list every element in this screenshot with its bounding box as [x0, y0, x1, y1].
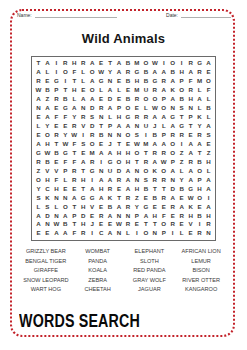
- grid-cell-r5c1[interactable]: A: [34, 95, 43, 104]
- grid-cell-r20c18[interactable]: E: [186, 229, 195, 238]
- grid-cell-r2c8[interactable]: W: [97, 68, 106, 77]
- grid-cell-r18c12[interactable]: P: [132, 211, 141, 220]
- grid-cell-r15c9[interactable]: R: [106, 184, 115, 193]
- grid-cell-r14c18[interactable]: A: [186, 175, 195, 184]
- grid-cell-r8c11[interactable]: A: [123, 122, 132, 131]
- grid-cell-r11c12[interactable]: O: [132, 148, 141, 157]
- grid-cell-r12c4[interactable]: F: [61, 157, 70, 166]
- grid-cell-r10c14[interactable]: A: [150, 140, 159, 149]
- grid-cell-r13c6[interactable]: T: [79, 166, 88, 175]
- grid-cell-r15c15[interactable]: T: [159, 184, 168, 193]
- grid-cell-r8c19[interactable]: Y: [195, 122, 204, 131]
- grid-cell-r5c15[interactable]: P: [159, 95, 168, 104]
- grid-cell-r10c13[interactable]: M: [141, 140, 150, 149]
- grid-cell-r4c19[interactable]: L: [195, 86, 204, 95]
- grid-cell-r9c19[interactable]: R: [195, 131, 204, 140]
- grid-cell-r16c12[interactable]: Z: [132, 193, 141, 202]
- grid-cell-r19c2[interactable]: N: [43, 220, 52, 229]
- grid-cell-r1c16[interactable]: O: [168, 59, 177, 68]
- grid-cell-r20c4[interactable]: A: [61, 229, 70, 238]
- grid-cell-r20c12[interactable]: I: [132, 229, 141, 238]
- grid-cell-r14c13[interactable]: S: [141, 175, 150, 184]
- grid-cell-r4c11[interactable]: E: [123, 86, 132, 95]
- grid-cell-r1c5[interactable]: H: [70, 59, 79, 68]
- grid-cell-r7c20[interactable]: L: [204, 113, 213, 122]
- grid-cell-r1c9[interactable]: T: [106, 59, 115, 68]
- grid-cell-r7c7[interactable]: S: [88, 113, 97, 122]
- grid-cell-r20c17[interactable]: L: [177, 229, 186, 238]
- grid-cell-r15c1[interactable]: Y: [34, 184, 43, 193]
- grid-cell-r18c3[interactable]: N: [52, 211, 61, 220]
- letter-grid[interactable]: TAIRHRAETABMOWIOIRGAALIOFLOWYARGBAABHARE…: [31, 56, 216, 241]
- grid-cell-r13c4[interactable]: P: [61, 166, 70, 175]
- grid-cell-r6c18[interactable]: N: [186, 104, 195, 113]
- grid-cell-r11c1[interactable]: G: [34, 148, 43, 157]
- grid-cell-r9c14[interactable]: B: [150, 131, 159, 140]
- grid-cell-r17c9[interactable]: B: [106, 202, 115, 211]
- grid-cell-r6c17[interactable]: S: [177, 104, 186, 113]
- grid-cell-r2c2[interactable]: L: [43, 68, 52, 77]
- grid-cell-r2c19[interactable]: R: [195, 68, 204, 77]
- grid-cell-r19c3[interactable]: W: [52, 220, 61, 229]
- grid-cell-r18c1[interactable]: A: [34, 211, 43, 220]
- grid-cell-r9c4[interactable]: Y: [61, 131, 70, 140]
- grid-cell-r18c14[interactable]: H: [150, 211, 159, 220]
- grid-cell-r18c9[interactable]: A: [106, 211, 115, 220]
- grid-cell-r7c16[interactable]: G: [168, 113, 177, 122]
- grid-cell-r1c13[interactable]: O: [141, 59, 150, 68]
- grid-cell-r20c8[interactable]: C: [97, 229, 106, 238]
- grid-cell-r15c6[interactable]: T: [79, 184, 88, 193]
- grid-cell-r12c20[interactable]: H: [204, 157, 213, 166]
- grid-cell-r5c6[interactable]: A: [79, 95, 88, 104]
- grid-cell-r7c1[interactable]: E: [34, 113, 43, 122]
- grid-cell-r6c10[interactable]: P: [115, 104, 124, 113]
- grid-cell-r8c18[interactable]: T: [186, 122, 195, 131]
- grid-cell-r12c5[interactable]: F: [70, 157, 79, 166]
- grid-cell-r7c12[interactable]: R: [132, 113, 141, 122]
- grid-cell-r6c5[interactable]: A: [70, 104, 79, 113]
- grid-cell-r14c15[interactable]: R: [159, 175, 168, 184]
- grid-cell-r3c13[interactable]: B: [141, 77, 150, 86]
- grid-cell-r16c17[interactable]: E: [177, 193, 186, 202]
- grid-cell-r9c6[interactable]: I: [79, 131, 88, 140]
- grid-cell-r13c7[interactable]: G: [88, 166, 97, 175]
- grid-cell-r8c6[interactable]: V: [79, 122, 88, 131]
- grid-cell-r2c9[interactable]: Y: [106, 68, 115, 77]
- grid-cell-r12c19[interactable]: B: [195, 157, 204, 166]
- grid-cell-r17c11[interactable]: R: [123, 202, 132, 211]
- grid-cell-r20c10[interactable]: N: [115, 229, 124, 238]
- grid-cell-r11c8[interactable]: A: [97, 148, 106, 157]
- grid-cell-r9c5[interactable]: W: [70, 131, 79, 140]
- grid-cell-r2c4[interactable]: O: [61, 68, 70, 77]
- grid-cell-r7c18[interactable]: P: [186, 113, 195, 122]
- grid-cell-r4c12[interactable]: M: [132, 86, 141, 95]
- grid-cell-r9c1[interactable]: E: [34, 131, 43, 140]
- grid-cell-r5c4[interactable]: B: [61, 95, 70, 104]
- grid-cell-r14c14[interactable]: R: [150, 175, 159, 184]
- grid-cell-r3c19[interactable]: M: [195, 77, 204, 86]
- grid-cell-r1c1[interactable]: T: [34, 59, 43, 68]
- grid-cell-r18c17[interactable]: R: [177, 211, 186, 220]
- grid-cell-r19c15[interactable]: O: [159, 220, 168, 229]
- grid-cell-r19c5[interactable]: T: [70, 220, 79, 229]
- grid-cell-r13c20[interactable]: L: [204, 166, 213, 175]
- grid-cell-r1c2[interactable]: A: [43, 59, 52, 68]
- grid-cell-r19c19[interactable]: I: [195, 220, 204, 229]
- grid-cell-r5c12[interactable]: R: [132, 95, 141, 104]
- grid-cell-r2c1[interactable]: A: [34, 68, 43, 77]
- grid-cell-r6c6[interactable]: N: [79, 104, 88, 113]
- grid-cell-r14c5[interactable]: R: [70, 175, 79, 184]
- grid-cell-r8c2[interactable]: Y: [43, 122, 52, 131]
- grid-cell-r4c1[interactable]: W: [34, 86, 43, 95]
- grid-cell-r10c9[interactable]: J: [106, 140, 115, 149]
- grid-cell-r14c1[interactable]: O: [34, 175, 43, 184]
- grid-cell-r20c14[interactable]: N: [150, 229, 159, 238]
- grid-cell-r12c9[interactable]: G: [106, 157, 115, 166]
- grid-cell-r9c7[interactable]: R: [88, 131, 97, 140]
- grid-cell-r17c19[interactable]: E: [195, 202, 204, 211]
- grid-cell-r7c10[interactable]: H: [115, 113, 124, 122]
- grid-cell-r13c11[interactable]: A: [123, 166, 132, 175]
- grid-cell-r3c3[interactable]: G: [52, 77, 61, 86]
- grid-cell-r19c4[interactable]: B: [61, 220, 70, 229]
- grid-cell-r3c5[interactable]: T: [70, 77, 79, 86]
- grid-cell-r3c14[interactable]: G: [150, 77, 159, 86]
- grid-cell-r5c13[interactable]: O: [141, 95, 150, 104]
- grid-cell-r12c3[interactable]: E: [52, 157, 61, 166]
- grid-cell-r10c10[interactable]: T: [115, 140, 124, 149]
- grid-cell-r1c14[interactable]: W: [150, 59, 159, 68]
- grid-cell-r3c11[interactable]: B: [123, 77, 132, 86]
- name-blank-line[interactable]: [35, 12, 117, 18]
- grid-cell-r5c5[interactable]: L: [70, 95, 79, 104]
- grid-cell-r13c19[interactable]: O: [195, 166, 204, 175]
- grid-cell-r10c20[interactable]: E: [204, 140, 213, 149]
- grid-cell-r20c9[interactable]: A: [106, 229, 115, 238]
- grid-cell-r5c11[interactable]: B: [123, 95, 132, 104]
- grid-cell-r20c6[interactable]: R: [79, 229, 88, 238]
- grid-cell-r12c6[interactable]: A: [79, 157, 88, 166]
- grid-cell-r11c11[interactable]: H: [123, 148, 132, 157]
- grid-cell-r12c2[interactable]: B: [43, 157, 52, 166]
- grid-cell-r12c7[interactable]: R: [88, 157, 97, 166]
- grid-cell-r11c10[interactable]: H: [115, 148, 124, 157]
- grid-cell-r6c11[interactable]: O: [123, 104, 132, 113]
- grid-cell-r15c8[interactable]: H: [97, 184, 106, 193]
- grid-cell-r16c3[interactable]: N: [52, 193, 61, 202]
- grid-cell-r2c11[interactable]: R: [123, 68, 132, 77]
- grid-cell-r13c13[interactable]: O: [141, 166, 150, 175]
- grid-cell-r1c10[interactable]: A: [115, 59, 124, 68]
- grid-cell-r6c8[interactable]: R: [97, 104, 106, 113]
- grid-cell-r15c12[interactable]: H: [132, 184, 141, 193]
- grid-cell-r13c3[interactable]: V: [52, 166, 61, 175]
- grid-cell-r16c9[interactable]: K: [106, 193, 115, 202]
- grid-cell-r7c15[interactable]: A: [159, 113, 168, 122]
- grid-cell-r16c18[interactable]: W: [186, 193, 195, 202]
- grid-cell-r16c20[interactable]: I: [204, 193, 213, 202]
- grid-cell-r1c19[interactable]: G: [195, 59, 204, 68]
- grid-cell-r5c18[interactable]: H: [186, 95, 195, 104]
- grid-cell-r9c12[interactable]: S: [132, 131, 141, 140]
- grid-cell-r11c20[interactable]: Z: [204, 148, 213, 157]
- grid-cell-r5c16[interactable]: A: [168, 95, 177, 104]
- grid-cell-r15c7[interactable]: A: [88, 184, 97, 193]
- grid-cell-r14c8[interactable]: A: [97, 175, 106, 184]
- grid-cell-r11c5[interactable]: T: [70, 148, 79, 157]
- grid-cell-r12c14[interactable]: A: [150, 157, 159, 166]
- grid-cell-r3c18[interactable]: F: [186, 77, 195, 86]
- grid-cell-r20c5[interactable]: F: [70, 229, 79, 238]
- grid-cell-r14c11[interactable]: A: [123, 175, 132, 184]
- grid-cell-r8c1[interactable]: L: [34, 122, 43, 131]
- grid-cell-r6c19[interactable]: L: [195, 104, 204, 113]
- grid-cell-r1c18[interactable]: R: [186, 59, 195, 68]
- grid-cell-r13c12[interactable]: N: [132, 166, 141, 175]
- grid-cell-r2c5[interactable]: F: [70, 68, 79, 77]
- grid-cell-r15c3[interactable]: H: [52, 184, 61, 193]
- grid-cell-r10c3[interactable]: T: [52, 140, 61, 149]
- grid-cell-r8c13[interactable]: U: [141, 122, 150, 131]
- grid-cell-r3c17[interactable]: P: [177, 77, 186, 86]
- grid-cell-r17c20[interactable]: A: [204, 202, 213, 211]
- grid-cell-r11c6[interactable]: E: [79, 148, 88, 157]
- grid-cell-r14c7[interactable]: I: [88, 175, 97, 184]
- grid-cell-r14c9[interactable]: A: [106, 175, 115, 184]
- grid-cell-r1c3[interactable]: I: [52, 59, 61, 68]
- grid-cell-r15c17[interactable]: B: [177, 184, 186, 193]
- grid-cell-r10c18[interactable]: A: [186, 140, 195, 149]
- grid-cell-r2c13[interactable]: B: [141, 68, 150, 77]
- grid-cell-r19c9[interactable]: E: [106, 220, 115, 229]
- grid-cell-r2c12[interactable]: G: [132, 68, 141, 77]
- grid-cell-r16c5[interactable]: A: [70, 193, 79, 202]
- grid-cell-r17c13[interactable]: G: [141, 202, 150, 211]
- grid-cell-r4c15[interactable]: A: [159, 86, 168, 95]
- grid-cell-r9c2[interactable]: O: [43, 131, 52, 140]
- grid-cell-r8c5[interactable]: R: [70, 122, 79, 131]
- grid-cell-r20c15[interactable]: P: [159, 229, 168, 238]
- grid-cell-r6c3[interactable]: E: [52, 104, 61, 113]
- grid-cell-r6c7[interactable]: D: [88, 104, 97, 113]
- grid-cell-r20c1[interactable]: E: [34, 229, 43, 238]
- grid-cell-r14c6[interactable]: H: [79, 175, 88, 184]
- grid-cell-r7c19[interactable]: K: [195, 113, 204, 122]
- grid-cell-r9c3[interactable]: R: [52, 131, 61, 140]
- grid-cell-r9c17[interactable]: R: [177, 131, 186, 140]
- grid-cell-r16c2[interactable]: K: [43, 193, 52, 202]
- grid-cell-r8c10[interactable]: A: [115, 122, 124, 131]
- grid-cell-r8c8[interactable]: T: [97, 122, 106, 131]
- grid-cell-r17c10[interactable]: A: [115, 202, 124, 211]
- grid-cell-r3c9[interactable]: N: [106, 77, 115, 86]
- grid-cell-r12c11[interactable]: H: [123, 157, 132, 166]
- grid-cell-r10c16[interactable]: O: [168, 140, 177, 149]
- grid-cell-r3c4[interactable]: I: [61, 77, 70, 86]
- grid-cell-r10c5[interactable]: F: [70, 140, 79, 149]
- grid-cell-r1c11[interactable]: B: [123, 59, 132, 68]
- grid-cell-r18c7[interactable]: E: [88, 211, 97, 220]
- grid-cell-r5c2[interactable]: Z: [43, 95, 52, 104]
- grid-cell-r1c4[interactable]: R: [61, 59, 70, 68]
- date-blank-line[interactable]: [181, 12, 231, 18]
- grid-cell-r16c1[interactable]: S: [34, 193, 43, 202]
- grid-cell-r1c12[interactable]: M: [132, 59, 141, 68]
- grid-cell-r8c20[interactable]: A: [204, 122, 213, 131]
- grid-cell-r4c5[interactable]: H: [70, 86, 79, 95]
- grid-cell-r4c2[interactable]: B: [43, 86, 52, 95]
- grid-cell-r6c16[interactable]: N: [168, 104, 177, 113]
- grid-cell-r13c15[interactable]: O: [159, 166, 168, 175]
- grid-cell-r9c15[interactable]: P: [159, 131, 168, 140]
- grid-cell-r6c13[interactable]: L: [141, 104, 150, 113]
- grid-cell-r15c19[interactable]: H: [195, 184, 204, 193]
- grid-cell-r11c15[interactable]: R: [159, 148, 168, 157]
- grid-cell-r15c4[interactable]: E: [61, 184, 70, 193]
- grid-cell-r5c3[interactable]: R: [52, 95, 61, 104]
- grid-cell-r7c3[interactable]: F: [52, 113, 61, 122]
- grid-cell-r6c1[interactable]: N: [34, 104, 43, 113]
- grid-cell-r4c8[interactable]: L: [97, 86, 106, 95]
- grid-cell-r17c8[interactable]: E: [97, 202, 106, 211]
- grid-cell-r20c19[interactable]: R: [195, 229, 204, 238]
- grid-cell-r19c7[interactable]: J: [88, 220, 97, 229]
- grid-cell-r2c10[interactable]: A: [115, 68, 124, 77]
- grid-cell-r18c5[interactable]: P: [70, 211, 79, 220]
- grid-cell-r18c20[interactable]: H: [204, 211, 213, 220]
- grid-cell-r16c13[interactable]: E: [141, 193, 150, 202]
- grid-cell-r14c17[interactable]: Y: [177, 175, 186, 184]
- grid-cell-r3c16[interactable]: A: [168, 77, 177, 86]
- grid-cell-r13c16[interactable]: A: [168, 166, 177, 175]
- grid-cell-r13c9[interactable]: U: [106, 166, 115, 175]
- grid-cell-r18c4[interactable]: A: [61, 211, 70, 220]
- grid-cell-r16c10[interactable]: T: [115, 193, 124, 202]
- grid-cell-r11c3[interactable]: B: [52, 148, 61, 157]
- grid-cell-r17c12[interactable]: Y: [132, 202, 141, 211]
- grid-cell-r10c6[interactable]: S: [79, 140, 88, 149]
- grid-cell-r19c16[interactable]: R: [168, 220, 177, 229]
- grid-cell-r20c13[interactable]: O: [141, 229, 150, 238]
- grid-cell-r11c7[interactable]: M: [88, 148, 97, 157]
- grid-cell-r18c2[interactable]: D: [43, 211, 52, 220]
- grid-cell-r7c17[interactable]: T: [177, 113, 186, 122]
- grid-cell-r13c5[interactable]: R: [70, 166, 79, 175]
- grid-cell-r4c6[interactable]: E: [79, 86, 88, 95]
- grid-cell-r17c17[interactable]: A: [177, 202, 186, 211]
- grid-cell-r15c10[interactable]: E: [115, 184, 124, 193]
- grid-cell-r2c3[interactable]: I: [52, 68, 61, 77]
- grid-cell-r10c4[interactable]: W: [61, 140, 70, 149]
- grid-cell-r12c17[interactable]: Z: [177, 157, 186, 166]
- grid-cell-r6c15[interactable]: O: [159, 104, 168, 113]
- grid-cell-r4c10[interactable]: L: [115, 86, 124, 95]
- grid-cell-r16c6[interactable]: G: [79, 193, 88, 202]
- grid-cell-r20c7[interactable]: I: [88, 229, 97, 238]
- grid-cell-r17c5[interactable]: T: [70, 202, 79, 211]
- grid-cell-r19c10[interactable]: W: [115, 220, 124, 229]
- grid-cell-r14c19[interactable]: P: [195, 175, 204, 184]
- grid-cell-r12c16[interactable]: P: [168, 157, 177, 166]
- grid-cell-r18c6[interactable]: D: [79, 211, 88, 220]
- grid-cell-r17c4[interactable]: O: [61, 202, 70, 211]
- grid-cell-r9c16[interactable]: R: [168, 131, 177, 140]
- grid-cell-r18c16[interactable]: E: [168, 211, 177, 220]
- grid-cell-r15c13[interactable]: B: [141, 184, 150, 193]
- grid-cell-r1c15[interactable]: I: [159, 59, 168, 68]
- grid-cell-r15c11[interactable]: A: [123, 184, 132, 193]
- grid-cell-r19c13[interactable]: T: [141, 220, 150, 229]
- grid-cell-r8c9[interactable]: P: [106, 122, 115, 131]
- grid-cell-r15c2[interactable]: C: [43, 184, 52, 193]
- grid-cell-r4c18[interactable]: R: [186, 86, 195, 95]
- grid-cell-r20c20[interactable]: N: [204, 229, 213, 238]
- grid-cell-r10c15[interactable]: A: [159, 140, 168, 149]
- grid-cell-r2c18[interactable]: A: [186, 68, 195, 77]
- grid-cell-r4c9[interactable]: A: [106, 86, 115, 95]
- grid-cell-r17c7[interactable]: V: [88, 202, 97, 211]
- grid-cell-r16c16[interactable]: A: [168, 193, 177, 202]
- grid-cell-r3c6[interactable]: L: [79, 77, 88, 86]
- grid-cell-r16c8[interactable]: A: [97, 193, 106, 202]
- grid-cell-r3c12[interactable]: H: [132, 77, 141, 86]
- grid-cell-r17c2[interactable]: S: [43, 202, 52, 211]
- grid-cell-r19c1[interactable]: A: [34, 220, 43, 229]
- grid-cell-r14c12[interactable]: N: [132, 175, 141, 184]
- grid-cell-r15c20[interactable]: A: [204, 184, 213, 193]
- grid-cell-r19c11[interactable]: R: [123, 220, 132, 229]
- grid-cell-r11c14[interactable]: R: [150, 148, 159, 157]
- grid-cell-r4c7[interactable]: O: [88, 86, 97, 95]
- grid-cell-r9c20[interactable]: S: [204, 131, 213, 140]
- grid-cell-r14c16[interactable]: N: [168, 175, 177, 184]
- grid-cell-r3c7[interactable]: A: [88, 77, 97, 86]
- grid-cell-r18c18[interactable]: H: [186, 211, 195, 220]
- grid-cell-r18c19[interactable]: B: [195, 211, 204, 220]
- grid-cell-r5c10[interactable]: E: [115, 95, 124, 104]
- grid-cell-r1c7[interactable]: A: [88, 59, 97, 68]
- grid-cell-r19c8[interactable]: E: [97, 220, 106, 229]
- grid-cell-r18c13[interactable]: A: [141, 211, 150, 220]
- grid-cell-r19c17[interactable]: E: [177, 220, 186, 229]
- grid-cell-r2c6[interactable]: L: [79, 68, 88, 77]
- grid-cell-r16c19[interactable]: O: [195, 193, 204, 202]
- grid-cell-r10c8[interactable]: E: [97, 140, 106, 149]
- grid-cell-r15c18[interactable]: G: [186, 184, 195, 193]
- grid-cell-r20c11[interactable]: L: [123, 229, 132, 238]
- grid-cell-r12c13[interactable]: R: [141, 157, 150, 166]
- grid-cell-r3c15[interactable]: R: [159, 77, 168, 86]
- grid-cell-r18c11[interactable]: N: [123, 211, 132, 220]
- grid-cell-r11c16[interactable]: O: [168, 148, 177, 157]
- grid-cell-r18c15[interactable]: F: [159, 211, 168, 220]
- grid-cell-r15c16[interactable]: D: [168, 184, 177, 193]
- grid-cell-r4c16[interactable]: K: [168, 86, 177, 95]
- grid-cell-r12c1[interactable]: R: [34, 157, 43, 166]
- grid-cell-r1c17[interactable]: I: [177, 59, 186, 68]
- grid-cell-r8c3[interactable]: E: [52, 122, 61, 131]
- grid-cell-r18c8[interactable]: R: [97, 211, 106, 220]
- grid-cell-r11c17[interactable]: Z: [177, 148, 186, 157]
- grid-cell-r11c9[interactable]: A: [106, 148, 115, 157]
- grid-cell-r19c20[interactable]: R: [204, 220, 213, 229]
- grid-cell-r2c16[interactable]: B: [168, 68, 177, 77]
- grid-cell-r3c2[interactable]: E: [43, 77, 52, 86]
- grid-cell-r7c8[interactable]: N: [97, 113, 106, 122]
